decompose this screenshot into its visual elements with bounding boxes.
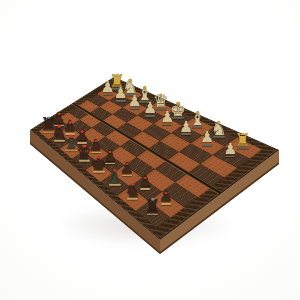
chess-set-photo: ♜♞♝♛♚♝♞♜♟♟♟♟♟♟♟♟♟♟♟♟♟♟♟♟♜♞♝♛♚♝♞♜ — [0, 0, 300, 300]
